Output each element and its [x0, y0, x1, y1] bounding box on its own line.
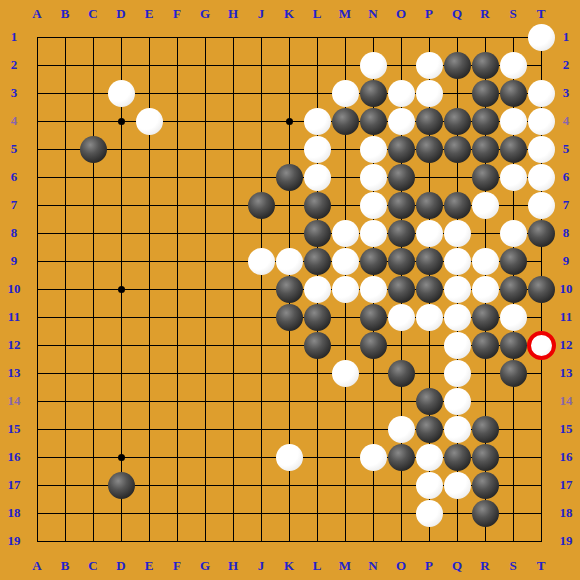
column-label-bottom-m: M [331, 558, 359, 574]
stone-black-j7 [248, 192, 275, 219]
stone-black-o6 [388, 164, 415, 191]
row-label-left-10: 10 [0, 281, 28, 297]
stone-black-t10 [528, 276, 555, 303]
stone-black-o10 [388, 276, 415, 303]
column-label-bottom-l: L [303, 558, 331, 574]
column-label-top-n: N [359, 6, 387, 22]
stone-black-q7 [444, 192, 471, 219]
column-label-bottom-c: C [79, 558, 107, 574]
stone-black-k11 [276, 304, 303, 331]
stone-white-e4 [136, 108, 163, 135]
column-label-bottom-h: H [219, 558, 247, 574]
stone-white-m8 [332, 220, 359, 247]
stone-black-r2 [472, 52, 499, 79]
row-label-left-9: 9 [0, 253, 28, 269]
column-label-top-d: D [107, 6, 135, 22]
row-label-left-4: 4 [0, 113, 28, 129]
stone-black-s3 [500, 80, 527, 107]
stone-black-o7 [388, 192, 415, 219]
column-label-top-r: R [471, 6, 499, 22]
stone-white-q8 [444, 220, 471, 247]
stone-white-l4 [304, 108, 331, 135]
stone-white-o4 [388, 108, 415, 135]
stone-black-t8 [528, 220, 555, 247]
column-label-bottom-g: G [191, 558, 219, 574]
column-label-top-b: B [51, 6, 79, 22]
stone-white-o11 [388, 304, 415, 331]
row-label-left-3: 3 [0, 85, 28, 101]
stone-white-p2 [416, 52, 443, 79]
stone-black-p4 [416, 108, 443, 135]
stone-black-r12 [472, 332, 499, 359]
column-label-bottom-d: D [107, 558, 135, 574]
row-label-right-3: 3 [552, 85, 580, 101]
stone-black-r15 [472, 416, 499, 443]
row-label-right-8: 8 [552, 225, 580, 241]
stone-white-q12 [444, 332, 471, 359]
row-label-left-2: 2 [0, 57, 28, 73]
row-label-left-1: 1 [0, 29, 28, 45]
stone-black-o9 [388, 248, 415, 275]
column-label-top-p: P [415, 6, 443, 22]
star-point-d16 [118, 454, 125, 461]
column-label-top-l: L [303, 6, 331, 22]
stone-black-s13 [500, 360, 527, 387]
row-label-right-7: 7 [552, 197, 580, 213]
stone-white-p17 [416, 472, 443, 499]
stone-white-o3 [388, 80, 415, 107]
stone-white-t1 [528, 24, 555, 51]
column-label-bottom-o: O [387, 558, 415, 574]
stone-white-o15 [388, 416, 415, 443]
stone-white-t3 [528, 80, 555, 107]
stone-white-p8 [416, 220, 443, 247]
stone-white-l6 [304, 164, 331, 191]
stone-black-q4 [444, 108, 471, 135]
stone-black-r5 [472, 136, 499, 163]
stone-black-m4 [332, 108, 359, 135]
row-label-right-15: 15 [552, 421, 580, 437]
stone-black-n12 [360, 332, 387, 359]
stone-black-r18 [472, 500, 499, 527]
row-label-left-11: 11 [0, 309, 28, 325]
row-label-right-14: 14 [552, 393, 580, 409]
column-label-bottom-j: J [247, 558, 275, 574]
stone-black-p15 [416, 416, 443, 443]
stone-white-p3 [416, 80, 443, 107]
grid-line-horizontal [37, 541, 542, 542]
stone-white-k9 [276, 248, 303, 275]
stone-black-k10 [276, 276, 303, 303]
stone-black-o5 [388, 136, 415, 163]
row-label-right-12: 12 [552, 337, 580, 353]
stone-black-r4 [472, 108, 499, 135]
stone-white-s11 [500, 304, 527, 331]
stone-white-j9 [248, 248, 275, 275]
stone-white-n10 [360, 276, 387, 303]
stone-white-p11 [416, 304, 443, 331]
stone-white-p18 [416, 500, 443, 527]
column-label-top-j: J [247, 6, 275, 22]
row-label-right-2: 2 [552, 57, 580, 73]
column-label-top-h: H [219, 6, 247, 22]
column-label-top-s: S [499, 6, 527, 22]
stone-white-m3 [332, 80, 359, 107]
stone-black-l11 [304, 304, 331, 331]
stone-black-n9 [360, 248, 387, 275]
column-label-bottom-k: K [275, 558, 303, 574]
stone-white-n8 [360, 220, 387, 247]
row-label-right-1: 1 [552, 29, 580, 45]
stone-white-t6 [528, 164, 555, 191]
column-label-top-k: K [275, 6, 303, 22]
stone-black-s9 [500, 248, 527, 275]
stone-black-s5 [500, 136, 527, 163]
stone-white-n16 [360, 444, 387, 471]
row-label-right-16: 16 [552, 449, 580, 465]
column-label-top-m: M [331, 6, 359, 22]
stone-black-l12 [304, 332, 331, 359]
row-label-left-15: 15 [0, 421, 28, 437]
stone-white-t7 [528, 192, 555, 219]
row-label-right-4: 4 [552, 113, 580, 129]
stone-white-m13 [332, 360, 359, 387]
column-label-bottom-f: F [163, 558, 191, 574]
stone-white-r10 [472, 276, 499, 303]
stone-white-n2 [360, 52, 387, 79]
stone-black-r17 [472, 472, 499, 499]
stone-black-l9 [304, 248, 331, 275]
row-label-right-18: 18 [552, 505, 580, 521]
row-label-left-17: 17 [0, 477, 28, 493]
stone-black-q5 [444, 136, 471, 163]
last-move-marker [527, 331, 556, 360]
column-label-top-f: F [163, 6, 191, 22]
stone-black-o16 [388, 444, 415, 471]
row-label-right-13: 13 [552, 365, 580, 381]
stone-white-s8 [500, 220, 527, 247]
stone-black-c5 [80, 136, 107, 163]
row-label-left-12: 12 [0, 337, 28, 353]
stone-white-s6 [500, 164, 527, 191]
stone-white-m10 [332, 276, 359, 303]
column-label-bottom-b: B [51, 558, 79, 574]
stone-white-n5 [360, 136, 387, 163]
stone-black-n4 [360, 108, 387, 135]
stone-white-n7 [360, 192, 387, 219]
stone-black-k6 [276, 164, 303, 191]
row-label-right-17: 17 [552, 477, 580, 493]
column-label-top-q: Q [443, 6, 471, 22]
stone-white-s4 [500, 108, 527, 135]
stone-black-q16 [444, 444, 471, 471]
stone-black-n11 [360, 304, 387, 331]
row-label-left-14: 14 [0, 393, 28, 409]
row-label-left-8: 8 [0, 225, 28, 241]
stone-white-q13 [444, 360, 471, 387]
stone-white-q10 [444, 276, 471, 303]
stone-black-p5 [416, 136, 443, 163]
stone-black-l8 [304, 220, 331, 247]
stone-white-q11 [444, 304, 471, 331]
row-label-right-6: 6 [552, 169, 580, 185]
stone-white-k16 [276, 444, 303, 471]
stone-black-o8 [388, 220, 415, 247]
column-label-bottom-r: R [471, 558, 499, 574]
stone-black-p14 [416, 388, 443, 415]
row-label-left-16: 16 [0, 449, 28, 465]
row-label-right-10: 10 [552, 281, 580, 297]
stone-black-p9 [416, 248, 443, 275]
stone-black-r3 [472, 80, 499, 107]
row-label-right-9: 9 [552, 253, 580, 269]
stone-white-p16 [416, 444, 443, 471]
stone-black-q2 [444, 52, 471, 79]
stone-white-q14 [444, 388, 471, 415]
stone-black-r16 [472, 444, 499, 471]
column-label-bottom-q: Q [443, 558, 471, 574]
column-label-bottom-s: S [499, 558, 527, 574]
stone-black-p7 [416, 192, 443, 219]
row-label-left-6: 6 [0, 169, 28, 185]
stone-black-d17 [108, 472, 135, 499]
column-label-bottom-t: T [527, 558, 555, 574]
stone-white-n6 [360, 164, 387, 191]
row-label-left-13: 13 [0, 365, 28, 381]
stone-white-d3 [108, 80, 135, 107]
row-label-right-5: 5 [552, 141, 580, 157]
stone-white-q15 [444, 416, 471, 443]
star-point-k4 [286, 118, 293, 125]
star-point-d4 [118, 118, 125, 125]
row-label-right-11: 11 [552, 309, 580, 325]
row-label-left-19: 19 [0, 533, 28, 549]
column-label-bottom-a: A [23, 558, 51, 574]
grid-line-horizontal [37, 513, 542, 514]
column-label-top-t: T [527, 6, 555, 22]
stone-white-l10 [304, 276, 331, 303]
column-label-top-a: A [23, 6, 51, 22]
stone-white-s2 [500, 52, 527, 79]
column-label-top-e: E [135, 6, 163, 22]
star-point-d10 [118, 286, 125, 293]
column-label-top-o: O [387, 6, 415, 22]
column-label-top-c: C [79, 6, 107, 22]
column-label-bottom-e: E [135, 558, 163, 574]
stone-black-n3 [360, 80, 387, 107]
column-label-bottom-p: P [415, 558, 443, 574]
row-label-left-18: 18 [0, 505, 28, 521]
stone-white-r9 [472, 248, 499, 275]
stone-white-l5 [304, 136, 331, 163]
go-board[interactable]: AABBCCDDEEFFGGHHJJKKLLMMNNOOPPQQRRSSTT11… [0, 0, 580, 580]
stone-white-q9 [444, 248, 471, 275]
stone-black-o13 [388, 360, 415, 387]
row-label-left-5: 5 [0, 141, 28, 157]
row-label-left-7: 7 [0, 197, 28, 213]
stone-white-t4 [528, 108, 555, 135]
column-label-bottom-n: N [359, 558, 387, 574]
column-label-top-g: G [191, 6, 219, 22]
row-label-right-19: 19 [552, 533, 580, 549]
stone-black-r6 [472, 164, 499, 191]
stone-black-s10 [500, 276, 527, 303]
stone-white-q17 [444, 472, 471, 499]
stone-white-m9 [332, 248, 359, 275]
stone-white-r7 [472, 192, 499, 219]
stone-black-l7 [304, 192, 331, 219]
stone-black-p10 [416, 276, 443, 303]
stone-white-t5 [528, 136, 555, 163]
stone-black-r11 [472, 304, 499, 331]
stone-black-s12 [500, 332, 527, 359]
